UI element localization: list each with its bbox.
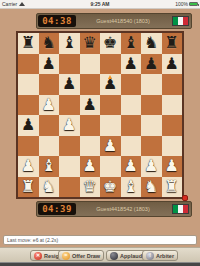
square-g8[interactable]: ♞: [141, 33, 162, 54]
resign-icon: ✕: [34, 252, 42, 260]
black-pawn[interactable]: ♟: [21, 117, 35, 133]
square-g4[interactable]: [141, 115, 162, 136]
square-d8[interactable]: ♛: [80, 33, 101, 54]
square-c4[interactable]: ♟: [59, 115, 80, 136]
square-c7[interactable]: [59, 54, 80, 75]
black-knight[interactable]: ♞: [144, 35, 158, 51]
white-pawn[interactable]: ♟: [62, 117, 76, 133]
square-a8[interactable]: ♜: [18, 33, 39, 54]
square-b5[interactable]: ♟: [39, 95, 60, 116]
square-c6[interactable]: ♟: [59, 74, 80, 95]
white-rook[interactable]: ♜: [165, 179, 179, 195]
black-king[interactable]: ♚: [103, 35, 117, 51]
square-f3[interactable]: [121, 136, 142, 157]
square-e1[interactable]: ♚: [100, 177, 121, 198]
white-pawn[interactable]: ♟: [124, 158, 138, 174]
status-time: 9:25 AM: [0, 1, 200, 7]
square-d6[interactable]: [80, 74, 101, 95]
square-a1[interactable]: ♜: [18, 177, 39, 198]
square-e3[interactable]: ♟: [100, 136, 121, 157]
white-pawn[interactable]: ♟: [103, 138, 117, 154]
action-bar: ✕ Resign = Offer Draw Applaude ! Arbiter: [0, 247, 200, 262]
player-name: Guest4418542 (1803): [79, 202, 167, 216]
square-f8[interactable]: ♝: [121, 33, 142, 54]
opponent-name: Guest4418540 (1803): [79, 14, 167, 28]
offer-draw-label: Offer Draw: [72, 253, 100, 259]
square-f5[interactable]: [121, 95, 142, 116]
black-pawn[interactable]: ♟: [62, 76, 76, 92]
white-king[interactable]: ♚: [103, 179, 117, 195]
black-rook[interactable]: ♜: [21, 35, 35, 51]
black-pawn[interactable]: ♟: [83, 97, 97, 113]
square-e8[interactable]: ♚: [100, 33, 121, 54]
square-c2[interactable]: [59, 156, 80, 177]
status-bar: Carrier 9:25 AM 100%: [0, 0, 200, 9]
opponent-flag-italy-icon: [172, 16, 189, 26]
square-e5[interactable]: [100, 95, 121, 116]
square-h6[interactable]: [162, 74, 183, 95]
square-a3[interactable]: [18, 136, 39, 157]
square-b6[interactable]: [39, 74, 60, 95]
square-h7[interactable]: ♟: [162, 54, 183, 75]
arbiter-icon: !: [146, 252, 154, 260]
square-e6[interactable]: ♟: [100, 74, 121, 95]
square-a5[interactable]: [18, 95, 39, 116]
arbiter-label: Arbiter: [156, 253, 174, 259]
square-c3[interactable]: [59, 136, 80, 157]
square-a2[interactable]: ♟: [18, 156, 39, 177]
square-g7[interactable]: ♟: [141, 54, 162, 75]
black-queen[interactable]: ♛: [83, 35, 97, 51]
black-bishop[interactable]: ♝: [62, 35, 76, 51]
white-pawn[interactable]: ♟: [21, 158, 35, 174]
battery-percent: 100%: [175, 1, 188, 7]
square-f2[interactable]: ♟: [121, 156, 142, 177]
white-queen[interactable]: ♛: [83, 179, 97, 195]
white-pawn[interactable]: ♟: [144, 158, 158, 174]
square-f1[interactable]: ♝: [121, 177, 142, 198]
black-pawn[interactable]: ♟: [42, 56, 56, 72]
square-h8[interactable]: ♜: [162, 33, 183, 54]
square-d1[interactable]: ♛: [80, 177, 101, 198]
square-g5[interactable]: [141, 95, 162, 116]
white-bishop[interactable]: ♝: [42, 158, 56, 174]
white-bishop[interactable]: ♝: [124, 179, 138, 195]
square-d4[interactable]: [80, 115, 101, 136]
square-a6[interactable]: [18, 74, 39, 95]
square-b1[interactable]: ♞: [39, 177, 60, 198]
square-c1[interactable]: [59, 177, 80, 198]
last-move-marker: [108, 75, 112, 79]
applause-icon: [110, 252, 118, 260]
square-b8[interactable]: ♞: [39, 33, 60, 54]
square-f7[interactable]: ♟: [121, 54, 142, 75]
square-c5[interactable]: [59, 95, 80, 116]
offer-draw-button[interactable]: = Offer Draw: [58, 250, 104, 261]
square-f6[interactable]: [121, 74, 142, 95]
square-b3[interactable]: [39, 136, 60, 157]
square-d3[interactable]: [80, 136, 101, 157]
black-bishop[interactable]: ♝: [124, 35, 138, 51]
arbiter-button[interactable]: ! Arbiter: [142, 250, 178, 261]
square-d7[interactable]: [80, 54, 101, 75]
chess-board[interactable]: ♜♞♝♛♚♝♞♜♟♟♟♟♟♟♟♟♟♟♟♟♝♟♟♟♟♜♞♛♚♝♞♜: [16, 31, 184, 199]
square-h5[interactable]: [162, 95, 183, 116]
square-a7[interactable]: [18, 54, 39, 75]
square-g3[interactable]: [141, 136, 162, 157]
square-f4[interactable]: [121, 115, 142, 136]
square-h3[interactable]: [162, 136, 183, 157]
square-b7[interactable]: ♟: [39, 54, 60, 75]
move-status-field[interactable]: Last move: e6 at (2.2s): [3, 235, 197, 245]
black-knight[interactable]: ♞: [42, 35, 56, 51]
square-d2[interactable]: ♟: [80, 156, 101, 177]
white-knight[interactable]: ♞: [144, 179, 158, 195]
square-d5[interactable]: ♟: [80, 95, 101, 116]
battery-icon: [189, 2, 198, 6]
black-pawn[interactable]: ♟: [124, 56, 138, 72]
draw-icon: =: [62, 252, 70, 260]
square-e4[interactable]: [100, 115, 121, 136]
square-e7[interactable]: [100, 54, 121, 75]
black-rook[interactable]: ♜: [165, 35, 179, 51]
square-b2[interactable]: ♝: [39, 156, 60, 177]
square-g6[interactable]: [141, 74, 162, 95]
app-screen: Carrier 9:25 AM 100% 04:38 Guest4418540 …: [0, 0, 200, 266]
opponent-bar: 04:38 Guest4418540 (1803): [36, 13, 192, 29]
square-b4[interactable]: [39, 115, 60, 136]
white-knight[interactable]: ♞: [42, 179, 56, 195]
square-g1[interactable]: ♞: [141, 177, 162, 198]
square-h4[interactable]: [162, 115, 183, 136]
opponent-clock: 04:38: [38, 15, 76, 27]
move-status-text: Last move: e6 at (2.2s): [7, 237, 58, 243]
player-clock: 04:39: [38, 203, 76, 215]
white-pawn[interactable]: ♟: [83, 158, 97, 174]
bottom-edge-bar: [0, 262, 200, 266]
square-c8[interactable]: ♝: [59, 33, 80, 54]
square-e2[interactable]: [100, 156, 121, 177]
square-g2[interactable]: ♟: [141, 156, 162, 177]
white-rook[interactable]: ♜: [21, 179, 35, 195]
player-bar: 04:39 Guest4418542 (1803): [36, 201, 192, 217]
black-pawn[interactable]: ♟: [144, 56, 158, 72]
black-pawn[interactable]: ♟: [165, 56, 179, 72]
square-h1[interactable]: ♜: [162, 177, 183, 198]
white-pawn[interactable]: ♟: [42, 97, 56, 113]
player-flag-italy-icon: [172, 204, 189, 214]
black-pawn[interactable]: ♟: [103, 76, 117, 92]
square-a4[interactable]: ♟: [18, 115, 39, 136]
square-h2[interactable]: ♟: [162, 156, 183, 177]
white-pawn[interactable]: ♟: [165, 158, 179, 174]
